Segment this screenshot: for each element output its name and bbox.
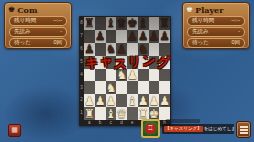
piece-white-rook[interactable]: ♜ bbox=[84, 107, 95, 120]
player-panel-header: ♚ Player bbox=[183, 3, 249, 15]
list-icon bbox=[240, 126, 248, 128]
player-panel: ♚ Player 残り時間 --:-- 先読み - 待った 0回 bbox=[182, 2, 250, 49]
file-label-b: b bbox=[95, 120, 106, 126]
achievement-message-bar: 【キャスリング】 をはじめてしました！ bbox=[162, 124, 234, 134]
square-h5[interactable] bbox=[159, 56, 170, 69]
square-a8[interactable]: ♜ bbox=[84, 17, 95, 30]
chess-board-frame: 87654321 ♜♝♛♚♝♜♟♟♟♟♟♟♞♟♞♞♟♞♟♟♟♝♟♟♟♜♝♛♜♚ … bbox=[79, 16, 171, 126]
achievement-name: 【キャスリング】 bbox=[164, 126, 203, 132]
square-f2[interactable]: ♟ bbox=[138, 94, 149, 107]
piece-black-pawn[interactable]: ♟ bbox=[159, 30, 170, 43]
square-h7[interactable]: ♟ bbox=[159, 30, 170, 43]
player-panel-title: Player bbox=[195, 6, 223, 14]
square-a5[interactable] bbox=[84, 56, 95, 69]
com-undo-value: 0回 bbox=[53, 40, 62, 46]
com-undo-row: 待った 0回 bbox=[9, 38, 67, 48]
square-g5[interactable] bbox=[149, 56, 160, 69]
chess-game-window: ♚ Com 残り時間 --:-- 先読み - 待った 0回 ♚ Player 残… bbox=[0, 0, 254, 142]
square-a7[interactable] bbox=[84, 30, 95, 43]
square-d2[interactable] bbox=[116, 94, 127, 107]
square-h2[interactable]: ♟ bbox=[159, 94, 170, 107]
square-d8[interactable]: ♛ bbox=[116, 17, 127, 30]
square-h6[interactable] bbox=[159, 43, 170, 56]
piece-white-pawn[interactable]: ♟ bbox=[159, 94, 170, 107]
square-d5[interactable] bbox=[116, 56, 127, 69]
square-e6[interactable] bbox=[127, 43, 138, 56]
grid-icon: ▦ bbox=[11, 127, 18, 134]
piece-white-queen[interactable]: ♛ bbox=[116, 107, 127, 120]
player-undo-row: 待った 0回 bbox=[187, 38, 245, 48]
square-e5[interactable] bbox=[127, 56, 138, 69]
piece-black-knight[interactable]: ♞ bbox=[106, 43, 117, 56]
piece-white-knight[interactable]: ♞ bbox=[106, 81, 117, 94]
file-label-e: e bbox=[127, 120, 138, 126]
piece-black-pawn[interactable]: ♟ bbox=[116, 43, 127, 56]
square-c1[interactable]: ♝ bbox=[106, 107, 117, 120]
piece-white-pawn[interactable]: ♟ bbox=[127, 69, 138, 82]
file-label-a: a bbox=[84, 120, 95, 126]
white-king-icon: ♚ bbox=[186, 6, 193, 14]
square-f4[interactable] bbox=[138, 69, 149, 82]
com-time-row: 残り時間 --:-- bbox=[9, 16, 67, 26]
square-b2[interactable]: ♟ bbox=[95, 94, 106, 107]
piece-white-pawn[interactable]: ♟ bbox=[106, 94, 117, 107]
square-h3[interactable] bbox=[159, 81, 170, 94]
piece-white-pawn[interactable]: ♟ bbox=[138, 94, 149, 107]
menu-button[interactable]: ▦ bbox=[8, 124, 21, 137]
com-lookahead-value: - bbox=[60, 29, 62, 35]
castling-achievement-badge: ♖ bbox=[141, 119, 160, 138]
square-h4[interactable] bbox=[159, 69, 170, 82]
square-e4[interactable]: ♟ bbox=[127, 69, 138, 82]
castling-rook-badge-icon: ♖ bbox=[145, 123, 156, 134]
square-f6[interactable]: ♞ bbox=[138, 43, 149, 56]
square-g8[interactable] bbox=[149, 17, 160, 30]
player-time-row: 残り時間 --:-- bbox=[187, 16, 245, 26]
piece-black-pawn[interactable]: ♟ bbox=[149, 30, 160, 43]
square-h8[interactable]: ♜ bbox=[159, 17, 170, 30]
square-c4[interactable] bbox=[106, 69, 117, 82]
square-f8[interactable]: ♝ bbox=[138, 17, 149, 30]
com-time-value: --:-- bbox=[53, 18, 62, 24]
com-time-label: 残り時間 bbox=[14, 18, 36, 24]
square-f7[interactable]: ♟ bbox=[138, 30, 149, 43]
square-c8[interactable]: ♝ bbox=[106, 17, 117, 30]
piece-white-pawn[interactable]: ♟ bbox=[84, 94, 95, 107]
move-list-button[interactable] bbox=[236, 121, 251, 138]
square-e1[interactable] bbox=[127, 107, 138, 120]
piece-white-bishop[interactable]: ♝ bbox=[127, 94, 138, 107]
square-a6[interactable]: ♟ bbox=[84, 43, 95, 56]
piece-black-bishop[interactable]: ♝ bbox=[106, 17, 117, 30]
piece-black-pawn[interactable]: ♟ bbox=[95, 30, 106, 43]
previous-message-strip bbox=[166, 119, 200, 123]
player-undo-label: 待った bbox=[192, 40, 209, 46]
square-c3[interactable]: ♞ bbox=[106, 81, 117, 94]
square-g7[interactable]: ♟ bbox=[149, 30, 160, 43]
square-g3[interactable] bbox=[149, 81, 160, 94]
piece-white-pawn[interactable]: ♟ bbox=[95, 94, 106, 107]
com-lookahead-label: 先読み bbox=[14, 29, 31, 35]
piece-white-bishop[interactable]: ♝ bbox=[106, 107, 117, 120]
chess-board[interactable]: ♜♝♛♚♝♜♟♟♟♟♟♟♞♟♞♞♟♞♟♟♟♝♟♟♟♜♝♛♜♚ bbox=[84, 17, 170, 120]
square-e3[interactable] bbox=[127, 81, 138, 94]
com-lookahead-row: 先読み - bbox=[9, 27, 67, 37]
square-c6[interactable]: ♞ bbox=[106, 43, 117, 56]
piece-black-pawn[interactable]: ♟ bbox=[84, 43, 95, 56]
player-time-label: 残り時間 bbox=[192, 18, 214, 24]
square-b7[interactable]: ♟ bbox=[95, 30, 106, 43]
com-panel-header: ♚ Com bbox=[5, 3, 71, 15]
square-b1[interactable] bbox=[95, 107, 106, 120]
player-lookahead-label: 先読み bbox=[192, 29, 209, 35]
square-c7[interactable] bbox=[106, 30, 117, 43]
piece-black-pawn[interactable]: ♟ bbox=[138, 30, 149, 43]
square-d7[interactable] bbox=[116, 30, 127, 43]
square-c2[interactable]: ♟ bbox=[106, 94, 117, 107]
square-d1[interactable]: ♛ bbox=[116, 107, 127, 120]
player-lookahead-value: - bbox=[238, 29, 240, 35]
square-g4[interactable] bbox=[149, 69, 160, 82]
square-b8[interactable] bbox=[95, 17, 106, 30]
file-label-c: c bbox=[106, 120, 117, 126]
square-a3[interactable] bbox=[84, 81, 95, 94]
square-e7[interactable]: ♟ bbox=[127, 30, 138, 43]
com-panel: ♚ Com 残り時間 --:-- 先読み - 待った 0回 bbox=[4, 2, 72, 49]
square-a1[interactable]: ♜ bbox=[84, 107, 95, 120]
player-undo-value: 0回 bbox=[231, 40, 240, 46]
piece-black-knight[interactable]: ♞ bbox=[138, 43, 149, 56]
piece-black-pawn[interactable]: ♟ bbox=[127, 30, 138, 43]
square-d3[interactable] bbox=[116, 81, 127, 94]
square-b5[interactable] bbox=[95, 56, 106, 69]
piece-white-pawn[interactable]: ♟ bbox=[149, 94, 160, 107]
com-panel-title: Com bbox=[17, 6, 37, 14]
square-e8[interactable]: ♚ bbox=[127, 17, 138, 30]
player-time-value: --:-- bbox=[231, 18, 240, 24]
square-e2[interactable]: ♝ bbox=[127, 94, 138, 107]
square-g2[interactable]: ♟ bbox=[149, 94, 160, 107]
piece-black-rook[interactable]: ♜ bbox=[84, 17, 95, 30]
square-d4[interactable]: ♞ bbox=[116, 69, 127, 82]
square-d6[interactable]: ♟ bbox=[116, 43, 127, 56]
square-f5[interactable] bbox=[138, 56, 149, 69]
piece-black-bishop[interactable]: ♝ bbox=[138, 17, 149, 30]
piece-white-knight[interactable]: ♞ bbox=[116, 69, 127, 82]
square-a2[interactable]: ♟ bbox=[84, 94, 95, 107]
square-a4[interactable] bbox=[84, 69, 95, 82]
com-undo-label: 待った bbox=[14, 40, 31, 46]
square-b3[interactable] bbox=[95, 81, 106, 94]
file-label-d: d bbox=[116, 120, 127, 126]
achievement-text: をはじめてしました！ bbox=[204, 127, 234, 132]
square-g6[interactable] bbox=[149, 43, 160, 56]
square-b4[interactable] bbox=[95, 69, 106, 82]
piece-black-queen[interactable]: ♛ bbox=[116, 17, 127, 30]
piece-black-rook[interactable]: ♜ bbox=[159, 17, 170, 30]
square-b6[interactable] bbox=[95, 43, 106, 56]
square-f3[interactable] bbox=[138, 81, 149, 94]
square-c5[interactable] bbox=[106, 56, 117, 69]
player-lookahead-row: 先読み - bbox=[187, 27, 245, 37]
black-king-icon: ♚ bbox=[8, 6, 15, 14]
piece-black-king[interactable]: ♚ bbox=[127, 17, 138, 30]
